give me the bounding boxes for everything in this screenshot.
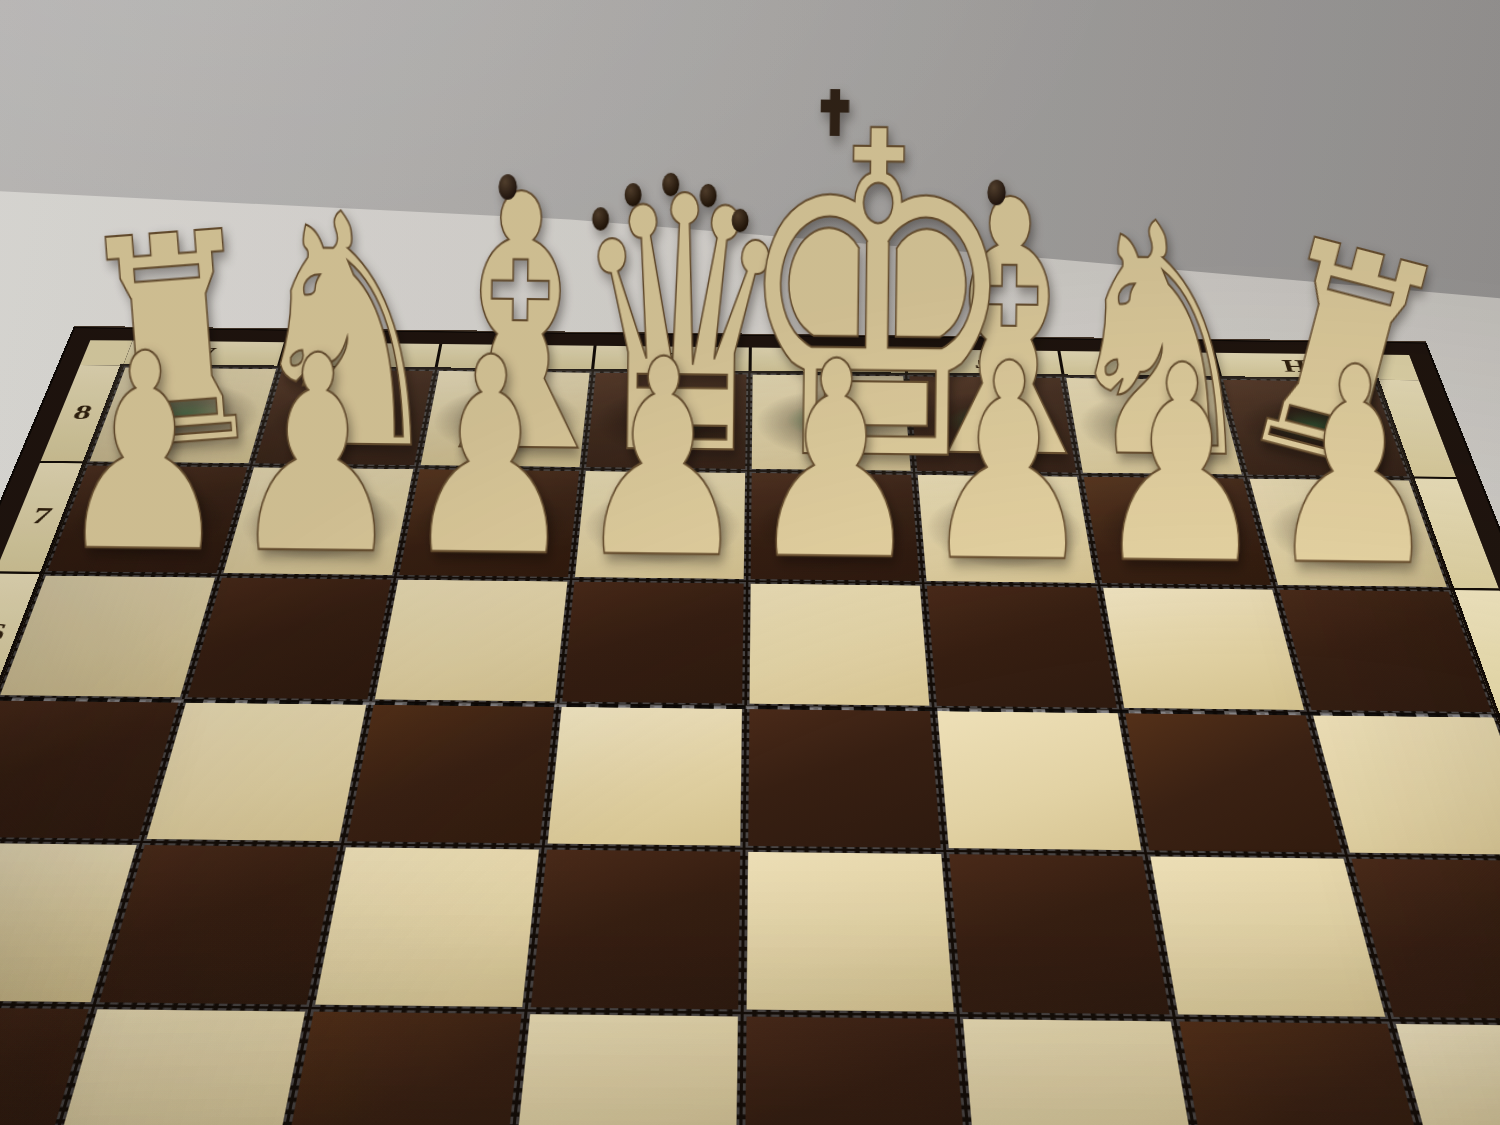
- white-pawn-h7: ♟: [1206, 330, 1500, 556]
- square-c6: [371, 577, 572, 704]
- square-e4: [742, 849, 958, 1016]
- square-f4: [945, 851, 1174, 1018]
- square-b5: [142, 700, 371, 844]
- chess-board: ABCDEFGH 87654321 ♜♞♝♛♚♝♞♜♟♟♟♟♟♟♟♟: [0, 326, 1500, 1125]
- photo-stage: ABCDEFGH 87654321 ♜♞♝♛♚♝♞♜♟♟♟♟♟♟♟♟: [0, 0, 1500, 1125]
- square-d4: [526, 847, 744, 1013]
- square-e5: [744, 706, 945, 851]
- queen-crown-ball: [662, 173, 679, 197]
- scene: ABCDEFGH 87654321 ♜♞♝♛♚♝♞♜♟♟♟♟♟♟♟♟: [0, 0, 1500, 1125]
- square-d6: [558, 579, 747, 706]
- piece-glyph: ♟: [1246, 331, 1461, 605]
- square-b6: [183, 575, 395, 702]
- queen-crown-ball: [591, 207, 608, 231]
- square-g6: [1099, 585, 1308, 712]
- king-cross-finial: [829, 88, 840, 135]
- square-f3: [958, 1015, 1207, 1125]
- board-grid: ♜♞♝♛♚♝♞♜♟♟♟♟♟♟♟♟: [0, 366, 1500, 1125]
- square-e6: [746, 581, 934, 708]
- bishop-finial-ball: [498, 174, 517, 200]
- square-f5: [933, 708, 1145, 853]
- square-c5: [342, 702, 558, 847]
- square-c4: [310, 844, 543, 1010]
- square-e3: [740, 1013, 974, 1125]
- square-f6: [923, 583, 1121, 710]
- queen-crown-ball: [624, 183, 641, 207]
- square-c3: [272, 1008, 526, 1125]
- square-h7: ♟: [1246, 477, 1451, 590]
- square-d3: [506, 1011, 742, 1125]
- rank-label-text: 6: [0, 618, 11, 648]
- square-d5: [543, 704, 745, 849]
